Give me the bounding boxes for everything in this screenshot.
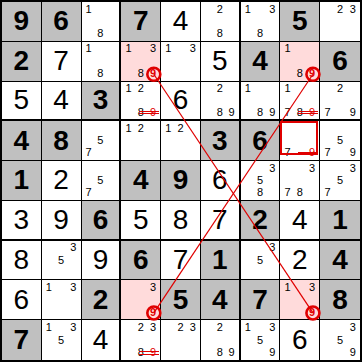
cell-r6c9[interactable]: 1 [320,201,360,241]
candidate-1: 1 [281,83,293,95]
cell-r1c5[interactable]: 4 [161,2,201,42]
candidates: 357 [320,161,360,200]
candidate-2: 2 [135,83,147,95]
solved-digit: 8 [2,241,41,280]
candidate-7: 7 [321,147,334,159]
chain-candidate-9: 9 [147,67,159,79]
cell-r5c4[interactable]: 4 [121,161,161,201]
candidate-8: 8 [94,28,106,40]
cell-r8c3[interactable]: 2 [82,280,122,320]
candidates: 13 [161,42,200,81]
cell-r9c7[interactable]: 1359 [241,320,281,360]
cell-r2c4[interactable]: 1389 [121,42,161,82]
candidate-5: 5 [94,174,106,186]
candidate-1: 1 [281,43,293,55]
candidate-7: 7 [83,187,95,199]
cell-r4c1[interactable]: 4 [2,121,42,161]
cell-r4c7[interactable]: 6 [241,121,281,161]
solved-digit: 5 [201,42,239,81]
solved-digit: 9 [42,201,81,239]
candidate-1: 1 [83,3,95,15]
cell-r3c3[interactable]: 3 [82,82,122,122]
cell-r8c9[interactable]: 8 [320,280,360,320]
solved-digit: 5 [2,82,41,120]
cell-r8c2[interactable]: 13 [42,280,82,320]
cell-r1c4[interactable]: 7 [121,2,161,42]
cell-r5c3[interactable]: 57 [82,161,122,201]
given-digit: 4 [320,241,360,280]
given-digit: 6 [320,42,360,81]
candidates: 1789 [280,82,319,120]
candidates: 28 [201,2,239,41]
candidate-3: 3 [306,281,318,293]
candidate-1: 1 [162,43,174,55]
candidate-1: 1 [242,83,254,95]
candidate-2: 2 [334,83,347,95]
candidate-2: 2 [135,321,147,334]
given-digit: 6 [42,2,81,41]
cell-r3c6[interactable]: 289 [201,82,241,122]
candidate-2: 2 [334,3,347,15]
candidates: 57 [82,161,120,200]
cell-r7c3[interactable]: 9 [82,241,122,281]
candidates: 135 [42,320,81,360]
cell-r4c2[interactable]: 8 [42,121,82,161]
cell-r6c2[interactable]: 9 [42,201,82,241]
candidate-2: 2 [135,122,147,134]
cell-r1c1[interactable]: 9 [2,2,42,42]
candidates: 378 [280,161,319,200]
cell-r5c1[interactable]: 1 [2,161,42,201]
candidate-1: 1 [122,83,134,95]
candidate-8: 8 [254,187,266,199]
candidate-1: 1 [122,122,134,134]
cell-r1c6[interactable]: 28 [201,2,241,42]
cell-r2c6[interactable]: 5 [201,42,241,82]
candidate-3: 3 [266,321,278,334]
solved-digit: 2 [42,161,81,200]
candidate-3: 3 [266,162,278,174]
candidates: 18 [82,42,120,81]
cell-r7c5[interactable]: 7 [161,241,201,281]
solved-digit: 7 [161,241,200,280]
eliminated-candidate-9: 9 [306,147,318,159]
cell-r3c1[interactable]: 5 [2,82,42,122]
candidate-5: 5 [254,174,266,186]
cell-r2c5[interactable]: 13 [161,42,201,82]
cell-r7c7[interactable]: 35 [241,241,281,281]
solved-digit: 4 [161,2,200,41]
solved-digit: 9 [82,241,120,280]
cell-r7c8[interactable]: 2 [280,241,320,281]
candidate-1: 1 [281,281,293,293]
solved-digit: 4 [280,201,319,239]
candidates: 579 [320,121,360,160]
cell-r7c1[interactable]: 8 [2,241,42,281]
cell-r2c7[interactable]: 4 [241,42,281,82]
given-digit: 4 [121,161,160,200]
candidate-3: 3 [147,321,159,334]
candidate-8: 8 [294,67,306,79]
cell-r6c1[interactable]: 3 [2,201,42,241]
given-digit: 6 [82,201,120,239]
sudoku-grid: 9618742813852327181389135418965431289628… [2,2,360,360]
cell-r5c7[interactable]: 358 [241,161,281,201]
candidate-5: 5 [55,334,67,347]
solved-digit: 7 [42,42,81,81]
given-digit: 9 [161,161,200,200]
cell-r8c1[interactable]: 6 [2,280,42,320]
candidates: 139 [280,280,319,319]
candidates: 359 [320,320,360,360]
candidate-3: 3 [346,162,359,174]
cell-r2c8[interactable]: 189 [280,42,320,82]
candidate-8: 8 [254,106,266,118]
candidate-5: 5 [254,334,266,347]
candidate-9: 9 [266,106,278,118]
candidate-2: 2 [214,83,226,95]
candidate-3: 3 [346,321,359,334]
cell-r6c4[interactable]: 5 [121,201,161,241]
cell-r7c6[interactable]: 1 [201,241,241,281]
solved-digit: 2 [280,241,319,280]
cell-r5c9[interactable]: 357 [320,161,360,201]
candidates: 1289 [121,82,160,120]
candidate-7: 7 [281,187,293,199]
cell-r5c5[interactable]: 9 [161,161,201,201]
given-digit: 7 [121,2,160,41]
candidate-1: 1 [242,3,254,15]
given-digit: 1 [2,161,41,200]
cell-r9c1[interactable]: 7 [2,320,42,360]
candidate-3: 3 [187,321,199,334]
chain-candidate-9: 9 [306,306,318,318]
cell-r3c4[interactable]: 1289 [121,82,161,122]
candidate-8: 8 [294,187,306,199]
sudoku-board: 9618742813852327181389135418965431289628… [0,0,362,362]
given-digit: 7 [241,280,280,319]
candidate-3: 3 [266,242,278,254]
given-digit: 2 [241,201,280,239]
cell-r4c9[interactable]: 579 [320,121,360,161]
candidate-2: 2 [174,122,186,134]
cell-r1c7[interactable]: 138 [241,2,281,42]
cell-r9c9[interactable]: 359 [320,320,360,360]
candidate-5: 5 [334,135,347,147]
cell-r5c2[interactable]: 2 [42,161,82,201]
solved-digit: 6 [280,320,319,360]
cell-r4c5[interactable]: 12 [161,121,201,161]
candidates: 289 [201,320,239,360]
cell-r4c3[interactable]: 57 [82,121,122,161]
cell-r9c6[interactable]: 289 [201,320,241,360]
cell-r1c3[interactable]: 18 [82,2,122,42]
candidate-8: 8 [214,346,226,359]
candidate-3: 3 [67,281,79,293]
given-digit: 9 [2,2,41,41]
candidate-9: 9 [266,346,278,359]
given-digit: 4 [241,42,280,81]
cell-r6c3[interactable]: 6 [82,201,122,241]
candidates: 1389 [121,42,160,81]
candidate-9: 9 [226,106,238,118]
cell-r3c7[interactable]: 189 [241,82,281,122]
candidates: 12 [161,121,200,160]
candidates: 358 [241,161,280,200]
cell-r9c4[interactable]: 2389 [121,320,161,360]
candidate-8: 8 [214,106,226,118]
given-digit: 4 [2,121,41,160]
candidates: 279 [320,82,360,120]
given-digit: 3 [82,82,120,120]
given-digit: 2 [82,280,120,319]
candidates: 39 [121,280,160,319]
candidate-7: 7 [321,106,334,118]
candidate-5: 5 [334,334,347,347]
given-digit: 3 [201,121,239,160]
candidate-1: 1 [43,281,55,293]
candidate-2: 2 [214,321,226,334]
cell-r8c4[interactable]: 39 [121,280,161,320]
candidates: 57 [82,121,120,160]
candidate-2: 2 [214,3,226,15]
given-digit: 1 [320,201,360,239]
cell-r8c6[interactable]: 4 [201,280,241,320]
chain-candidate-9: 9 [306,67,318,79]
cell-r2c9[interactable]: 6 [320,42,360,82]
candidate-8: 8 [135,346,147,359]
candidate-1: 1 [83,43,95,55]
candidates: 289 [201,82,239,120]
given-digit: 6 [241,121,280,160]
cell-r9c5[interactable]: 23 [161,320,201,360]
candidates: 18 [82,2,120,41]
cell-r3c2[interactable]: 4 [42,82,82,122]
given-digit: 6 [121,241,160,280]
eliminated-candidate-9: 9 [147,346,159,359]
cell-r7c9[interactable]: 4 [320,241,360,281]
given-digit: 8 [320,280,360,319]
cell-r2c2[interactable]: 7 [42,42,82,82]
solved-digit: 6 [201,161,239,200]
candidate-3: 3 [187,43,199,55]
candidate-1: 1 [122,43,134,55]
candidate-3: 3 [306,162,318,174]
eliminated-candidate-9: 9 [147,106,159,118]
candidate-9: 9 [346,147,359,159]
candidate-8: 8 [94,67,106,79]
cell-r6c8[interactable]: 4 [280,201,320,241]
candidate-3: 3 [266,3,278,15]
given-digit: 7 [2,320,41,360]
solved-digit: 6 [2,280,41,319]
cell-r9c3[interactable]: 4 [82,320,122,360]
cell-r1c9[interactable]: 23 [320,2,360,42]
candidate-3: 3 [147,281,159,293]
cell-r7c4[interactable]: 6 [121,241,161,281]
cell-r5c6[interactable]: 6 [201,161,241,201]
cell-r6c6[interactable]: 7 [201,201,241,241]
given-digit: 5 [161,280,200,319]
solved-digit: 6 [161,82,200,120]
candidate-3: 3 [67,242,79,254]
cell-r3c8[interactable]: 1789 [280,82,320,122]
cell-r5c8[interactable]: 378 [280,161,320,201]
cell-r3c9[interactable]: 279 [320,82,360,122]
cell-r3c5[interactable]: 6 [161,82,201,122]
cell-r9c2[interactable]: 135 [42,320,82,360]
solved-digit: 5 [121,201,160,239]
candidate-5: 5 [55,254,67,266]
cell-r6c5[interactable]: 8 [161,201,201,241]
candidate-5: 5 [254,254,266,266]
given-digit: 4 [201,280,239,319]
candidate-8: 8 [214,28,226,40]
candidate-9: 9 [346,106,359,118]
candidates: 23 [161,320,200,360]
candidate-3: 3 [147,43,159,55]
candidates: 13 [42,280,81,319]
candidate-7: 7 [281,147,293,159]
candidates: 2389 [121,320,160,360]
cell-r8c8[interactable]: 139 [280,280,320,320]
candidate-1: 1 [242,321,254,334]
candidate-5: 5 [334,174,347,186]
candidate-7: 7 [321,187,334,199]
solved-digit: 4 [42,82,81,120]
candidate-8: 8 [135,67,147,79]
given-digit: 5 [280,2,319,41]
candidate-1: 1 [162,122,174,134]
solved-digit: 7 [201,201,239,239]
chain-candidate-9: 9 [147,306,159,318]
candidates: 35 [241,241,280,280]
candidates: 138 [241,2,280,41]
candidate-7: 7 [281,106,293,118]
candidates: 35 [42,241,81,280]
candidate-3: 3 [67,321,79,334]
candidate-2: 2 [174,321,186,334]
cell-r8c5[interactable]: 5 [161,280,201,320]
candidate-9: 9 [346,346,359,359]
given-digit: 8 [42,121,81,160]
cell-r7c2[interactable]: 35 [42,241,82,281]
candidates: 23 [320,2,360,41]
eliminated-candidate-9: 9 [306,106,318,118]
given-digit: 2 [2,42,41,81]
solved-digit: 8 [161,201,200,239]
candidates: 1359 [241,320,280,360]
candidates: 79 [280,121,319,160]
candidates: 189 [241,82,280,120]
candidates: 12 [121,121,160,160]
cell-r1c8[interactable]: 5 [280,2,320,42]
candidate-7: 7 [83,147,95,159]
solved-digit: 3 [2,201,41,239]
cell-r4c6[interactable]: 3 [201,121,241,161]
cell-r4c8[interactable]: 79 [280,121,320,161]
cell-r2c1[interactable]: 2 [2,42,42,82]
cell-r9c8[interactable]: 6 [280,320,320,360]
solved-digit: 4 [82,320,120,360]
cell-r4c4[interactable]: 12 [121,121,161,161]
cell-r6c7[interactable]: 2 [241,201,281,241]
cell-r2c3[interactable]: 18 [82,42,122,82]
candidate-3: 3 [346,3,359,15]
cell-r1c2[interactable]: 6 [42,2,82,42]
candidate-1: 1 [43,321,55,334]
candidates: 189 [280,42,319,81]
given-digit: 1 [201,241,239,280]
candidate-8: 8 [254,28,266,40]
cell-r8c7[interactable]: 7 [241,280,281,320]
candidate-9: 9 [226,346,238,359]
candidate-5: 5 [94,135,106,147]
